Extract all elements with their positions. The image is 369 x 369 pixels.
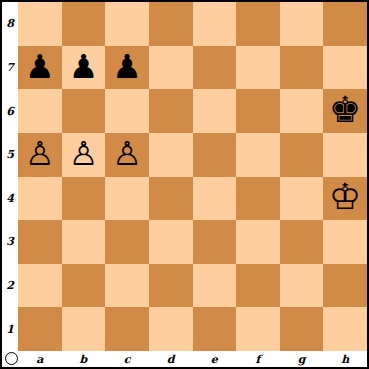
square-h4[interactable]: ♔ [323, 177, 367, 221]
square-f1[interactable] [236, 307, 280, 351]
square-a4[interactable] [18, 177, 62, 221]
square-g7[interactable] [280, 46, 324, 90]
square-e2[interactable] [193, 264, 237, 308]
square-a7[interactable]: ♟ [18, 46, 62, 90]
square-g2[interactable] [280, 264, 324, 308]
square-e8[interactable] [193, 2, 237, 46]
square-f4[interactable] [236, 177, 280, 221]
square-a5[interactable]: ♙ [18, 133, 62, 177]
square-f2[interactable] [236, 264, 280, 308]
square-h5[interactable] [323, 133, 367, 177]
square-c3[interactable] [105, 220, 149, 264]
square-e3[interactable] [193, 220, 237, 264]
square-e4[interactable] [193, 177, 237, 221]
rank-labels: 8 7 6 5 4 3 2 1 [2, 2, 18, 351]
file-label-c: c [105, 351, 149, 367]
square-c4[interactable] [105, 177, 149, 221]
square-d4[interactable] [149, 177, 193, 221]
square-d2[interactable] [149, 264, 193, 308]
chess-diagram: 8 7 6 5 4 3 2 1 ♟♟♟♚♙♙♙♔ a b c d e f g h [0, 0, 369, 369]
piece-white-pawn: ♙ [25, 137, 55, 170]
square-c8[interactable] [105, 2, 149, 46]
piece-black-pawn: ♟ [69, 50, 99, 83]
piece-black-king: ♚ [329, 92, 361, 128]
rank-label-2: 2 [2, 264, 18, 308]
square-h8[interactable] [323, 2, 367, 46]
square-h1[interactable] [323, 307, 367, 351]
square-e5[interactable] [193, 133, 237, 177]
file-label-g: g [280, 351, 324, 367]
square-b4[interactable] [62, 177, 106, 221]
square-b6[interactable] [62, 89, 106, 133]
piece-white-pawn: ♙ [69, 137, 99, 170]
square-c1[interactable] [105, 307, 149, 351]
square-e6[interactable] [193, 89, 237, 133]
file-label-f: f [236, 351, 280, 367]
square-b3[interactable] [62, 220, 106, 264]
square-b5[interactable]: ♙ [62, 133, 106, 177]
square-g4[interactable] [280, 177, 324, 221]
square-c5[interactable]: ♙ [105, 133, 149, 177]
square-b7[interactable]: ♟ [62, 46, 106, 90]
square-d7[interactable] [149, 46, 193, 90]
square-h7[interactable] [323, 46, 367, 90]
square-d5[interactable] [149, 133, 193, 177]
rank-label-1: 1 [2, 307, 18, 351]
square-g6[interactable] [280, 89, 324, 133]
square-d1[interactable] [149, 307, 193, 351]
square-f7[interactable] [236, 46, 280, 90]
square-h3[interactable] [323, 220, 367, 264]
square-d8[interactable] [149, 2, 193, 46]
rank-label-6: 6 [2, 89, 18, 133]
square-f3[interactable] [236, 220, 280, 264]
corner-cell [2, 351, 18, 367]
turn-indicator-white-to-move [5, 352, 18, 365]
square-a3[interactable] [18, 220, 62, 264]
file-label-a: a [18, 351, 62, 367]
file-label-h: h [323, 351, 367, 367]
file-label-d: d [149, 351, 193, 367]
piece-black-pawn: ♟ [25, 50, 55, 83]
square-a8[interactable] [18, 2, 62, 46]
square-g5[interactable] [280, 133, 324, 177]
rank-label-5: 5 [2, 133, 18, 177]
square-g8[interactable] [280, 2, 324, 46]
square-b1[interactable] [62, 307, 106, 351]
piece-white-king: ♔ [329, 179, 361, 215]
square-f5[interactable] [236, 133, 280, 177]
square-b2[interactable] [62, 264, 106, 308]
square-c6[interactable] [105, 89, 149, 133]
board: ♟♟♟♚♙♙♙♔ [18, 2, 367, 351]
square-h2[interactable] [323, 264, 367, 308]
rank-label-8: 8 [2, 2, 18, 46]
square-c2[interactable] [105, 264, 149, 308]
square-a1[interactable] [18, 307, 62, 351]
square-h6[interactable]: ♚ [323, 89, 367, 133]
square-d3[interactable] [149, 220, 193, 264]
square-e7[interactable] [193, 46, 237, 90]
square-b8[interactable] [62, 2, 106, 46]
piece-black-pawn: ♟ [112, 50, 142, 83]
square-g3[interactable] [280, 220, 324, 264]
piece-white-pawn: ♙ [112, 137, 142, 170]
square-g1[interactable] [280, 307, 324, 351]
square-f6[interactable] [236, 89, 280, 133]
file-label-e: e [193, 351, 237, 367]
rank-label-3: 3 [2, 220, 18, 264]
square-c7[interactable]: ♟ [105, 46, 149, 90]
file-labels: a b c d e f g h [18, 351, 367, 367]
square-e1[interactable] [193, 307, 237, 351]
rank-label-7: 7 [2, 46, 18, 90]
file-label-b: b [62, 351, 106, 367]
square-a2[interactable] [18, 264, 62, 308]
square-f8[interactable] [236, 2, 280, 46]
square-a6[interactable] [18, 89, 62, 133]
rank-label-4: 4 [2, 177, 18, 221]
square-d6[interactable] [149, 89, 193, 133]
